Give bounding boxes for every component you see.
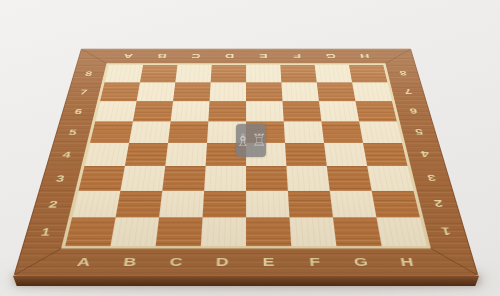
square-a3[interactable] bbox=[79, 166, 125, 191]
rank-label: 1 bbox=[22, 217, 68, 246]
square-a8[interactable] bbox=[105, 65, 144, 83]
file-labels-top: ABCDEFGH bbox=[109, 49, 383, 64]
file-labels-bottom: ABCDEFGH bbox=[58, 249, 434, 276]
square-d2[interactable] bbox=[203, 191, 246, 218]
square-h7[interactable] bbox=[352, 82, 392, 101]
watermark-piece-icon: ♗ bbox=[235, 132, 250, 149]
square-h5[interactable] bbox=[359, 121, 402, 143]
square-b3[interactable] bbox=[120, 166, 165, 191]
square-c8[interactable] bbox=[175, 65, 211, 83]
square-d8[interactable] bbox=[211, 65, 246, 83]
square-g7[interactable] bbox=[317, 82, 356, 101]
square-b6[interactable] bbox=[133, 101, 173, 121]
file-label: C bbox=[152, 249, 201, 276]
file-label: B bbox=[105, 249, 155, 276]
file-label: F bbox=[279, 49, 314, 64]
square-h3[interactable] bbox=[367, 166, 413, 191]
square-c6[interactable] bbox=[171, 101, 210, 121]
file-label: C bbox=[178, 49, 213, 64]
rank-label: 8 bbox=[386, 65, 421, 83]
square-h6[interactable] bbox=[355, 101, 396, 121]
square-g8[interactable] bbox=[315, 65, 352, 83]
rank-label: 6 bbox=[59, 101, 97, 121]
frame-miter-bottom-right bbox=[427, 246, 479, 275]
square-f6[interactable] bbox=[282, 101, 321, 121]
photo-watermark-icon: ♗ ♖ bbox=[236, 124, 266, 157]
square-a2[interactable] bbox=[72, 191, 120, 218]
square-h1[interactable] bbox=[376, 217, 426, 246]
square-e1[interactable] bbox=[246, 217, 291, 246]
rank-label: 8 bbox=[71, 65, 106, 83]
file-label: D bbox=[212, 49, 246, 64]
rank-label: 5 bbox=[53, 121, 92, 143]
square-f3[interactable] bbox=[286, 166, 329, 191]
square-e7[interactable] bbox=[246, 82, 282, 101]
square-g1[interactable] bbox=[333, 217, 382, 246]
rank-label: 7 bbox=[390, 82, 426, 101]
file-label: A bbox=[58, 249, 110, 276]
square-e2[interactable] bbox=[246, 191, 289, 218]
square-e3[interactable] bbox=[246, 166, 288, 191]
square-a7[interactable] bbox=[100, 82, 140, 101]
file-label: H bbox=[346, 49, 383, 64]
file-label: F bbox=[291, 249, 340, 276]
square-g6[interactable] bbox=[319, 101, 359, 121]
square-f2[interactable] bbox=[288, 191, 333, 218]
square-f7[interactable] bbox=[281, 82, 319, 101]
file-label: D bbox=[199, 249, 246, 276]
square-f8[interactable] bbox=[280, 65, 316, 83]
square-b1[interactable] bbox=[110, 217, 159, 246]
rank-label: 3 bbox=[411, 166, 454, 191]
rank-label: 3 bbox=[39, 166, 82, 191]
square-h4[interactable] bbox=[363, 143, 408, 166]
square-a6[interactable] bbox=[95, 101, 136, 121]
square-f5[interactable] bbox=[284, 121, 324, 143]
square-c1[interactable] bbox=[156, 217, 203, 246]
file-label: H bbox=[382, 249, 434, 276]
frame-miter-top-right bbox=[379, 49, 415, 65]
file-label: G bbox=[313, 49, 349, 64]
square-a4[interactable] bbox=[84, 143, 129, 166]
square-b4[interactable] bbox=[125, 143, 168, 166]
rank-label: 7 bbox=[65, 82, 101, 101]
square-c2[interactable] bbox=[159, 191, 204, 218]
square-b5[interactable] bbox=[129, 121, 171, 143]
rank-label: 1 bbox=[423, 217, 469, 246]
file-label: G bbox=[337, 249, 387, 276]
square-h8[interactable] bbox=[349, 65, 388, 83]
square-b8[interactable] bbox=[140, 65, 177, 83]
square-g5[interactable] bbox=[321, 121, 363, 143]
rank-label: 6 bbox=[395, 101, 433, 121]
square-c4[interactable] bbox=[165, 143, 207, 166]
square-c3[interactable] bbox=[162, 166, 205, 191]
file-label: E bbox=[246, 49, 280, 64]
rank-label: 2 bbox=[31, 191, 75, 218]
square-g2[interactable] bbox=[330, 191, 377, 218]
chess-board: ABCDEFGH ABCDEFGH 87654321 87654321 bbox=[14, 49, 479, 276]
square-e6[interactable] bbox=[246, 101, 284, 121]
rank-label: 2 bbox=[417, 191, 461, 218]
watermark-piece-icon: ♖ bbox=[252, 132, 267, 149]
square-a1[interactable] bbox=[65, 217, 115, 246]
rank-label: 4 bbox=[46, 143, 87, 166]
square-c7[interactable] bbox=[173, 82, 211, 101]
square-b7[interactable] bbox=[137, 82, 176, 101]
board-side-edge bbox=[13, 276, 479, 286]
photo-background: ABCDEFGH ABCDEFGH 87654321 87654321 ♗ ♖ bbox=[0, 0, 500, 296]
square-d7[interactable] bbox=[210, 82, 246, 101]
file-label: B bbox=[143, 49, 179, 64]
rank-label: 4 bbox=[405, 143, 446, 166]
square-d1[interactable] bbox=[201, 217, 246, 246]
square-h2[interactable] bbox=[372, 191, 420, 218]
square-b2[interactable] bbox=[116, 191, 163, 218]
square-c5[interactable] bbox=[168, 121, 208, 143]
square-e8[interactable] bbox=[246, 65, 281, 83]
file-label: E bbox=[246, 249, 293, 276]
frame-miter-top-left bbox=[76, 49, 112, 65]
square-f1[interactable] bbox=[289, 217, 336, 246]
square-d3[interactable] bbox=[204, 166, 246, 191]
frame-miter-bottom-left bbox=[14, 246, 66, 275]
square-a5[interactable] bbox=[90, 121, 133, 143]
file-label: A bbox=[109, 49, 146, 64]
square-d6[interactable] bbox=[208, 101, 246, 121]
square-f4[interactable] bbox=[285, 143, 327, 166]
square-g4[interactable] bbox=[324, 143, 367, 166]
rank-label: 5 bbox=[400, 121, 439, 143]
square-g3[interactable] bbox=[327, 166, 372, 191]
